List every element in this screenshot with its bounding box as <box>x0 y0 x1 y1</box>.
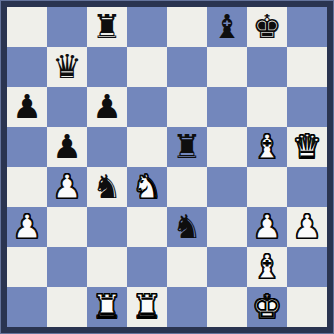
black-knight-icon: ♞ <box>92 167 122 207</box>
square-h7[interactable] <box>287 47 327 87</box>
square-c5[interactable] <box>87 127 127 167</box>
square-d2[interactable] <box>127 247 167 287</box>
square-b4[interactable]: ♟ <box>47 167 87 207</box>
black-rook-icon: ♜ <box>172 127 202 167</box>
white-queen-icon: ♛ <box>292 127 322 167</box>
square-g7[interactable] <box>247 47 287 87</box>
square-d6[interactable] <box>127 87 167 127</box>
white-rook-icon: ♜ <box>92 287 122 327</box>
square-a6[interactable]: ♟ <box>7 87 47 127</box>
square-f8[interactable]: ♝ <box>207 7 247 47</box>
black-pawn-icon: ♟ <box>52 127 82 167</box>
square-a3[interactable]: ♟ <box>7 207 47 247</box>
square-c7[interactable] <box>87 47 127 87</box>
square-h4[interactable] <box>287 167 327 207</box>
square-b6[interactable] <box>47 87 87 127</box>
square-h6[interactable] <box>287 87 327 127</box>
square-c6[interactable]: ♟ <box>87 87 127 127</box>
square-d1[interactable]: ♜ <box>127 287 167 327</box>
square-h1[interactable] <box>287 287 327 327</box>
square-e5[interactable]: ♜ <box>167 127 207 167</box>
square-c2[interactable] <box>87 247 127 287</box>
square-f2[interactable] <box>207 247 247 287</box>
white-rook-icon: ♜ <box>132 287 162 327</box>
square-h2[interactable] <box>287 247 327 287</box>
square-d3[interactable] <box>127 207 167 247</box>
square-g4[interactable] <box>247 167 287 207</box>
black-bishop-icon: ♝ <box>212 7 242 47</box>
white-bishop-icon: ♝ <box>252 247 282 287</box>
square-a8[interactable] <box>7 7 47 47</box>
chess-board: ♜♝♚♛♟♟♟♜♝♛♟♞♞♟♞♟♟♝♜♜♚ <box>7 7 327 327</box>
square-h5[interactable]: ♛ <box>287 127 327 167</box>
square-e7[interactable] <box>167 47 207 87</box>
square-c3[interactable] <box>87 207 127 247</box>
square-h3[interactable]: ♟ <box>287 207 327 247</box>
square-e2[interactable] <box>167 247 207 287</box>
square-e1[interactable] <box>167 287 207 327</box>
square-a1[interactable] <box>7 287 47 327</box>
square-b5[interactable]: ♟ <box>47 127 87 167</box>
square-e4[interactable] <box>167 167 207 207</box>
square-a2[interactable] <box>7 247 47 287</box>
white-knight-icon: ♞ <box>132 167 162 207</box>
square-b7[interactable]: ♛ <box>47 47 87 87</box>
black-rook-icon: ♜ <box>92 7 122 47</box>
square-a5[interactable] <box>7 127 47 167</box>
square-g2[interactable]: ♝ <box>247 247 287 287</box>
square-f6[interactable] <box>207 87 247 127</box>
white-pawn-icon: ♟ <box>252 207 282 247</box>
square-d5[interactable] <box>127 127 167 167</box>
square-f3[interactable] <box>207 207 247 247</box>
black-queen-icon: ♛ <box>52 47 82 87</box>
square-b8[interactable] <box>47 7 87 47</box>
white-king-icon: ♚ <box>252 287 282 327</box>
black-knight-icon: ♞ <box>172 207 202 247</box>
square-h8[interactable] <box>287 7 327 47</box>
square-b2[interactable] <box>47 247 87 287</box>
square-g5[interactable]: ♝ <box>247 127 287 167</box>
square-b3[interactable] <box>47 207 87 247</box>
square-e6[interactable] <box>167 87 207 127</box>
black-king-icon: ♚ <box>252 7 282 47</box>
square-c8[interactable]: ♜ <box>87 7 127 47</box>
white-pawn-icon: ♟ <box>12 207 42 247</box>
square-g3[interactable]: ♟ <box>247 207 287 247</box>
square-e8[interactable] <box>167 7 207 47</box>
white-pawn-icon: ♟ <box>292 207 322 247</box>
black-pawn-icon: ♟ <box>12 87 42 127</box>
square-f7[interactable] <box>207 47 247 87</box>
square-c4[interactable]: ♞ <box>87 167 127 207</box>
square-a7[interactable] <box>7 47 47 87</box>
square-g1[interactable]: ♚ <box>247 287 287 327</box>
square-g6[interactable] <box>247 87 287 127</box>
square-d7[interactable] <box>127 47 167 87</box>
square-f1[interactable] <box>207 287 247 327</box>
white-bishop-icon: ♝ <box>252 127 282 167</box>
square-e3[interactable]: ♞ <box>167 207 207 247</box>
square-a4[interactable] <box>7 167 47 207</box>
black-pawn-icon: ♟ <box>92 87 122 127</box>
square-d8[interactable] <box>127 7 167 47</box>
square-b1[interactable] <box>47 287 87 327</box>
square-d4[interactable]: ♞ <box>127 167 167 207</box>
square-g8[interactable]: ♚ <box>247 7 287 47</box>
chess-board-frame: ♜♝♚♛♟♟♟♜♝♛♟♞♞♟♞♟♟♝♜♜♚ <box>0 0 334 334</box>
white-pawn-icon: ♟ <box>52 167 82 207</box>
square-f4[interactable] <box>207 167 247 207</box>
square-c1[interactable]: ♜ <box>87 287 127 327</box>
square-f5[interactable] <box>207 127 247 167</box>
